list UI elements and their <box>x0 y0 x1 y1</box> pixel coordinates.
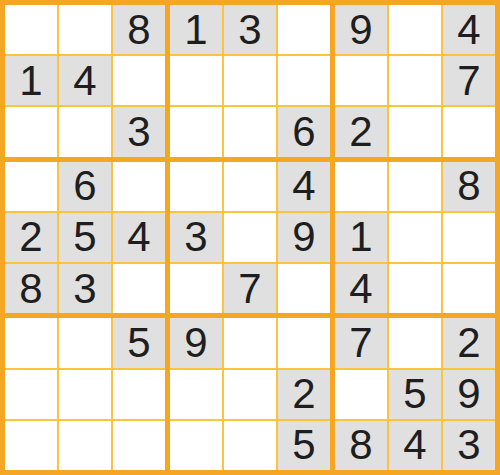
cell-r6c2[interactable]: 3 <box>59 264 111 313</box>
cell-r9c1[interactable] <box>5 421 57 470</box>
cell-r4c2[interactable]: 6 <box>59 162 111 211</box>
sudoku-box-1: 8143 <box>5 5 165 157</box>
cell-r2c9[interactable]: 7 <box>443 56 495 105</box>
cell-r5c8[interactable] <box>389 213 441 262</box>
cell-r4c3[interactable] <box>113 162 165 211</box>
cell-r2c5[interactable] <box>224 56 276 105</box>
cell-r9c4[interactable] <box>170 421 222 470</box>
cell-r2c8[interactable] <box>389 56 441 105</box>
cell-r3c3[interactable]: 3 <box>113 107 165 156</box>
cell-r8c4[interactable] <box>170 370 222 419</box>
cell-r2c4[interactable] <box>170 56 222 105</box>
cell-r4c8[interactable] <box>389 162 441 211</box>
cell-r5c4[interactable]: 3 <box>170 213 222 262</box>
cell-r9c6[interactable]: 5 <box>278 421 330 470</box>
sudoku-box-7: 5 <box>5 318 165 470</box>
cell-r9c7[interactable]: 8 <box>335 421 387 470</box>
cell-r5c1[interactable]: 2 <box>5 213 57 262</box>
cell-r2c2[interactable]: 4 <box>59 56 111 105</box>
cell-r9c9[interactable]: 3 <box>443 421 495 470</box>
cell-r9c8[interactable]: 4 <box>389 421 441 470</box>
cell-r7c5[interactable] <box>224 318 276 367</box>
cell-r8c3[interactable] <box>113 370 165 419</box>
cell-r6c7[interactable]: 4 <box>335 264 387 313</box>
cell-r1c7[interactable]: 9 <box>335 5 387 54</box>
cell-r6c3[interactable] <box>113 264 165 313</box>
cell-r8c1[interactable] <box>5 370 57 419</box>
cell-r3c6[interactable]: 6 <box>278 107 330 156</box>
cell-r5c3[interactable]: 4 <box>113 213 165 262</box>
cell-r4c5[interactable] <box>224 162 276 211</box>
cell-r3c9[interactable] <box>443 107 495 156</box>
cell-r2c1[interactable]: 1 <box>5 56 57 105</box>
sudoku-box-9: 7259843 <box>335 318 495 470</box>
cell-r1c2[interactable] <box>59 5 111 54</box>
cell-r5c9[interactable] <box>443 213 495 262</box>
cell-r9c2[interactable] <box>59 421 111 470</box>
cell-r1c5[interactable]: 3 <box>224 5 276 54</box>
cell-r5c6[interactable]: 9 <box>278 213 330 262</box>
cell-r9c5[interactable] <box>224 421 276 470</box>
cell-r8c7[interactable] <box>335 370 387 419</box>
cell-r6c8[interactable] <box>389 264 441 313</box>
cell-r7c7[interactable]: 7 <box>335 318 387 367</box>
cell-r1c9[interactable]: 4 <box>443 5 495 54</box>
cell-r4c1[interactable] <box>5 162 57 211</box>
cell-r2c7[interactable] <box>335 56 387 105</box>
cell-r5c7[interactable]: 1 <box>335 213 387 262</box>
cell-r7c4[interactable]: 9 <box>170 318 222 367</box>
cell-r4c7[interactable] <box>335 162 387 211</box>
cell-r3c4[interactable] <box>170 107 222 156</box>
cell-r6c1[interactable]: 8 <box>5 264 57 313</box>
cell-r8c8[interactable]: 5 <box>389 370 441 419</box>
sudoku-box-3: 9472 <box>335 5 495 157</box>
cell-r7c9[interactable]: 2 <box>443 318 495 367</box>
cell-r3c5[interactable] <box>224 107 276 156</box>
cell-r7c2[interactable] <box>59 318 111 367</box>
cell-r2c3[interactable] <box>113 56 165 105</box>
cell-r6c6[interactable] <box>278 264 330 313</box>
cell-r4c9[interactable]: 8 <box>443 162 495 211</box>
cell-r3c2[interactable] <box>59 107 111 156</box>
cell-r8c9[interactable]: 9 <box>443 370 495 419</box>
cell-r3c1[interactable] <box>5 107 57 156</box>
cell-r5c5[interactable] <box>224 213 276 262</box>
cell-r1c6[interactable] <box>278 5 330 54</box>
cell-r4c4[interactable] <box>170 162 222 211</box>
cell-r3c7[interactable]: 2 <box>335 107 387 156</box>
cell-r1c4[interactable]: 1 <box>170 5 222 54</box>
cell-r1c1[interactable] <box>5 5 57 54</box>
cell-r6c9[interactable] <box>443 264 495 313</box>
cell-r8c2[interactable] <box>59 370 111 419</box>
cell-r6c5[interactable]: 7 <box>224 264 276 313</box>
cell-r5c2[interactable]: 5 <box>59 213 111 262</box>
sudoku-box-8: 925 <box>170 318 330 470</box>
cell-r9c3[interactable] <box>113 421 165 470</box>
cell-r8c6[interactable]: 2 <box>278 370 330 419</box>
cell-r3c8[interactable] <box>389 107 441 156</box>
cell-r1c3[interactable]: 8 <box>113 5 165 54</box>
sudoku-box-4: 625483 <box>5 162 165 314</box>
cell-r4c6[interactable]: 4 <box>278 162 330 211</box>
cell-r1c8[interactable] <box>389 5 441 54</box>
cell-r8c5[interactable] <box>224 370 276 419</box>
cell-r7c6[interactable] <box>278 318 330 367</box>
sudoku-box-2: 136 <box>170 5 330 157</box>
sudoku-board: 81431369472625483439781459257259843 <box>0 0 500 475</box>
cell-r7c8[interactable] <box>389 318 441 367</box>
cell-r6c4[interactable] <box>170 264 222 313</box>
sudoku-box-6: 814 <box>335 162 495 314</box>
sudoku-box-5: 4397 <box>170 162 330 314</box>
cell-r7c1[interactable] <box>5 318 57 367</box>
cell-r7c3[interactable]: 5 <box>113 318 165 367</box>
cell-r2c6[interactable] <box>278 56 330 105</box>
